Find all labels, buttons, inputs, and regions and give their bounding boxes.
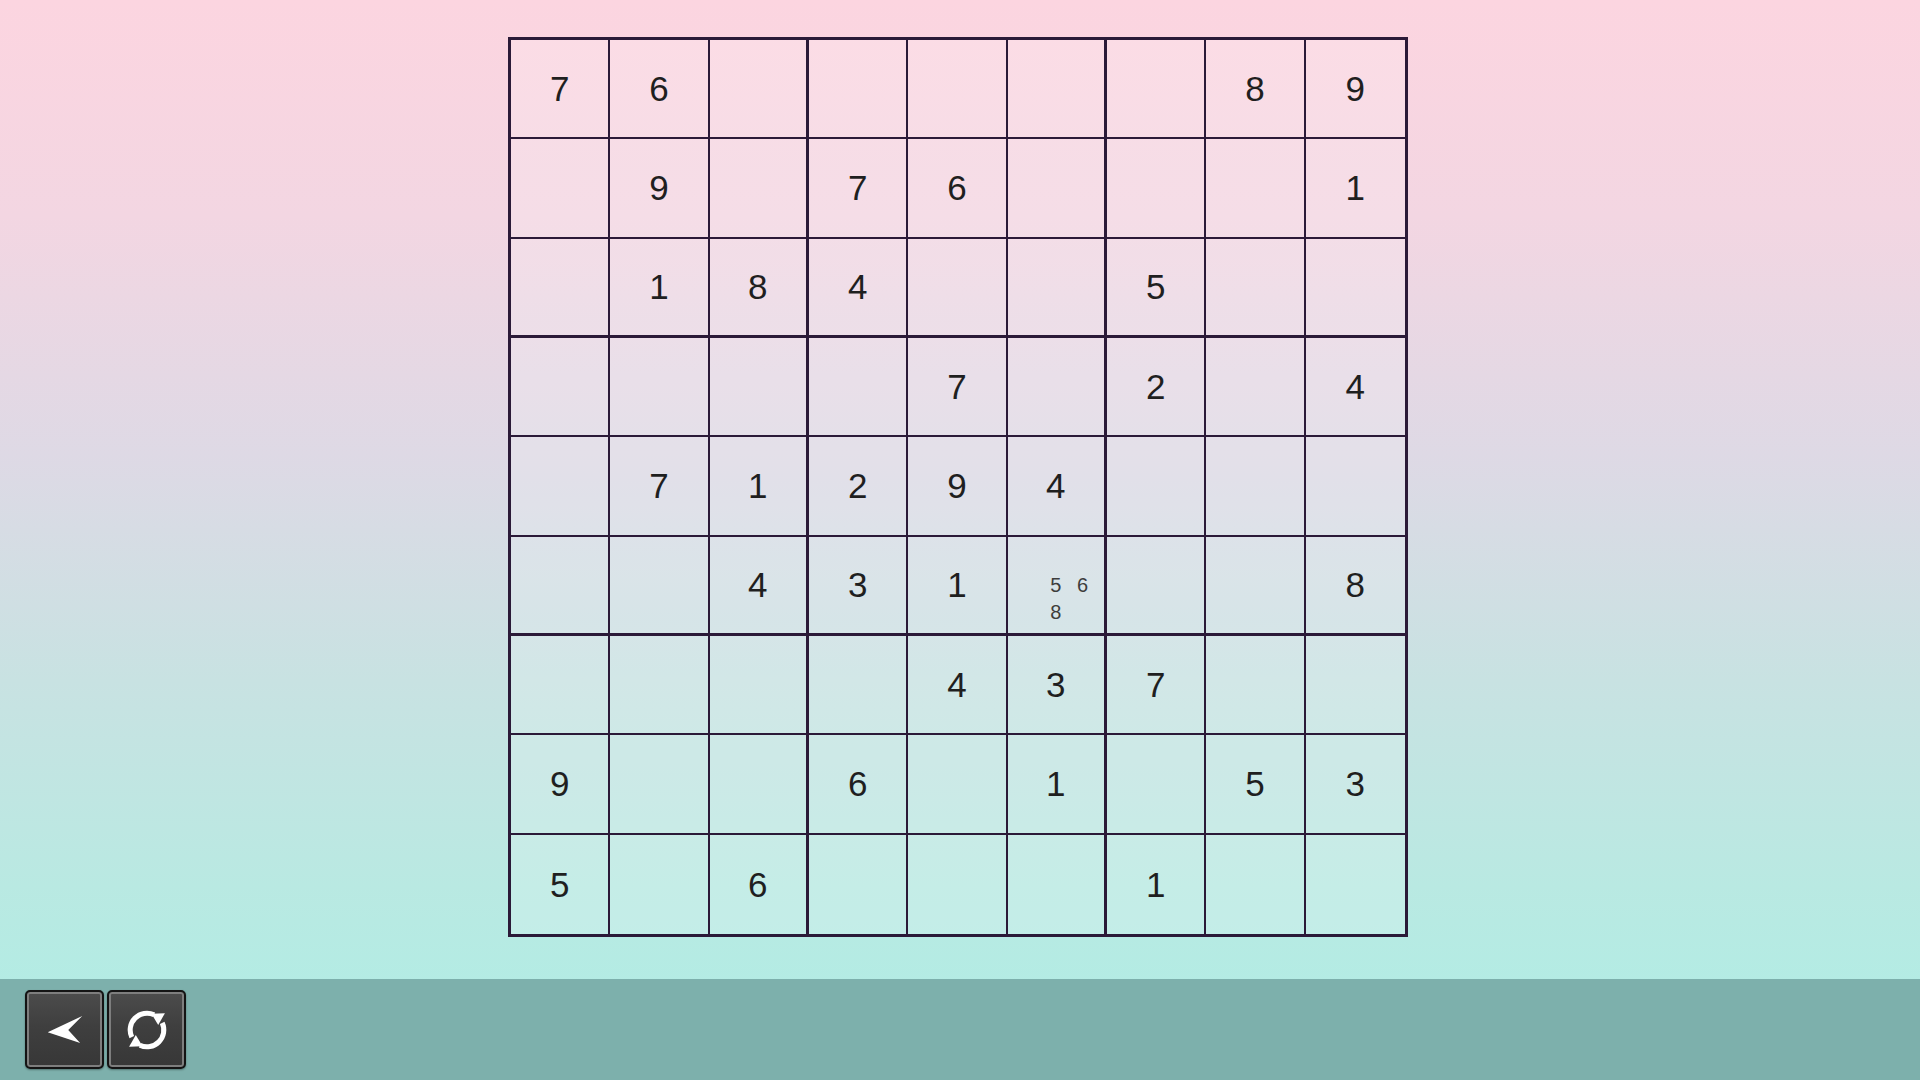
cell-r1c7[interactable] [1107, 40, 1206, 139]
cell-value: 3 [1346, 766, 1365, 801]
cell-r4c9[interactable]: 4 [1306, 338, 1405, 437]
cell-r7c1[interactable] [511, 636, 610, 735]
cell-r9c6[interactable] [1008, 835, 1107, 934]
cell-value: 7 [947, 369, 966, 404]
bottom-toolbar [0, 979, 1920, 1080]
cell-r6c7[interactable] [1107, 537, 1206, 636]
cell-r2c5[interactable]: 6 [908, 139, 1007, 238]
cell-value: 5 [1245, 766, 1264, 801]
cell-r5c3[interactable]: 1 [710, 437, 809, 536]
cell-value: 7 [649, 468, 668, 503]
cell-r7c7[interactable]: 7 [1107, 636, 1206, 735]
cell-value: 8 [1245, 71, 1264, 106]
cell-r1c9[interactable]: 9 [1306, 40, 1405, 139]
restart-button[interactable] [107, 990, 186, 1069]
cell-value: 4 [848, 269, 867, 304]
cell-r5c4[interactable]: 2 [809, 437, 908, 536]
cell-r2c4[interactable]: 7 [809, 139, 908, 238]
cell-r4c5[interactable]: 7 [908, 338, 1007, 437]
cell-r4c7[interactable]: 2 [1107, 338, 1206, 437]
cell-value: 7 [1146, 667, 1165, 702]
cell-r6c8[interactable] [1206, 537, 1305, 636]
cell-r8c1[interactable]: 9 [511, 735, 610, 834]
cell-r3c3[interactable]: 8 [710, 239, 809, 338]
cell-r8c4[interactable]: 6 [809, 735, 908, 834]
cell-r9c1[interactable]: 5 [511, 835, 610, 934]
cell-r6c5[interactable]: 1 [908, 537, 1007, 636]
cell-r5c5[interactable]: 9 [908, 437, 1007, 536]
cell-r9c7[interactable]: 1 [1107, 835, 1206, 934]
cell-value: 6 [947, 170, 966, 205]
cell-r3c5[interactable] [908, 239, 1007, 338]
cell-r8c8[interactable]: 5 [1206, 735, 1305, 834]
back-button[interactable] [25, 990, 104, 1069]
cell-r1c5[interactable] [908, 40, 1007, 139]
cell-r8c3[interactable] [710, 735, 809, 834]
sudoku-board: 76899761184572471294431568843796153561 [508, 37, 1408, 937]
cell-r1c4[interactable] [809, 40, 908, 139]
cell-r4c1[interactable] [511, 338, 610, 437]
pencil-marks: 568 [1016, 545, 1096, 625]
cell-r1c2[interactable]: 6 [610, 40, 709, 139]
cell-r2c9[interactable]: 1 [1306, 139, 1405, 238]
cell-r2c6[interactable] [1008, 139, 1107, 238]
cell-r8c6[interactable]: 1 [1008, 735, 1107, 834]
cell-r7c6[interactable]: 3 [1008, 636, 1107, 735]
cell-r5c9[interactable] [1306, 437, 1405, 536]
cell-r5c8[interactable] [1206, 437, 1305, 536]
cell-r1c3[interactable] [710, 40, 809, 139]
cell-value: 6 [748, 867, 767, 902]
cell-r7c2[interactable] [610, 636, 709, 735]
cell-value: 7 [550, 71, 569, 106]
cell-value: 6 [848, 766, 867, 801]
cell-value: 5 [1146, 269, 1165, 304]
pencil-mark: 8 [1042, 598, 1069, 625]
cell-value: 3 [848, 567, 867, 602]
cell-r9c8[interactable] [1206, 835, 1305, 934]
cell-r5c1[interactable] [511, 437, 610, 536]
cell-r3c4[interactable]: 4 [809, 239, 908, 338]
cell-r4c3[interactable] [710, 338, 809, 437]
cell-r3c6[interactable] [1008, 239, 1107, 338]
cell-r1c1[interactable]: 7 [511, 40, 610, 139]
cell-r8c7[interactable] [1107, 735, 1206, 834]
cell-r9c9[interactable] [1306, 835, 1405, 934]
cell-value: 8 [1346, 567, 1365, 602]
cell-r1c6[interactable] [1008, 40, 1107, 139]
cell-value: 4 [1346, 369, 1365, 404]
cell-value: 6 [649, 71, 668, 106]
cell-r7c9[interactable] [1306, 636, 1405, 735]
cell-r3c9[interactable] [1306, 239, 1405, 338]
cell-r9c3[interactable]: 6 [710, 835, 809, 934]
cell-value: 2 [848, 468, 867, 503]
cell-r7c5[interactable]: 4 [908, 636, 1007, 735]
cell-r3c8[interactable] [1206, 239, 1305, 338]
pencil-mark: 5 [1042, 571, 1069, 598]
cell-value: 1 [1346, 170, 1365, 205]
cell-r2c8[interactable] [1206, 139, 1305, 238]
cell-value: 1 [947, 567, 966, 602]
back-arrow-icon [38, 1003, 92, 1057]
cell-value: 9 [1346, 71, 1365, 106]
cell-r2c1[interactable] [511, 139, 610, 238]
cell-value: 4 [947, 667, 966, 702]
cell-value: 3 [1046, 667, 1065, 702]
cell-value: 4 [1046, 468, 1065, 503]
cell-r7c4[interactable] [809, 636, 908, 735]
cell-r2c2[interactable]: 9 [610, 139, 709, 238]
cell-r8c2[interactable] [610, 735, 709, 834]
refresh-icon [119, 1002, 175, 1058]
cell-value: 9 [947, 468, 966, 503]
cell-value: 1 [748, 468, 767, 503]
cell-r2c7[interactable] [1107, 139, 1206, 238]
cell-r3c2[interactable]: 1 [610, 239, 709, 338]
cell-r4c2[interactable] [610, 338, 709, 437]
cell-r4c6[interactable] [1008, 338, 1107, 437]
cell-r1c8[interactable]: 8 [1206, 40, 1305, 139]
cell-r9c2[interactable] [610, 835, 709, 934]
cell-r7c8[interactable] [1206, 636, 1305, 735]
cell-r6c3[interactable]: 4 [710, 537, 809, 636]
cell-r6c2[interactable] [610, 537, 709, 636]
cell-value: 9 [550, 766, 569, 801]
cell-r5c2[interactable]: 7 [610, 437, 709, 536]
cell-value: 2 [1146, 369, 1165, 404]
cell-r7c3[interactable] [710, 636, 809, 735]
cell-r8c9[interactable]: 3 [1306, 735, 1405, 834]
cell-value: 4 [748, 567, 767, 602]
cell-r8c5[interactable] [908, 735, 1007, 834]
cell-r6c6[interactable]: 568 [1008, 537, 1107, 636]
cell-r3c1[interactable] [511, 239, 610, 338]
cell-r5c7[interactable] [1107, 437, 1206, 536]
cell-r6c9[interactable]: 8 [1306, 537, 1405, 636]
cell-r6c4[interactable]: 3 [809, 537, 908, 636]
cell-r9c4[interactable] [809, 835, 908, 934]
cell-value: 9 [649, 170, 668, 205]
cell-value: 8 [748, 269, 767, 304]
cell-r9c5[interactable] [908, 835, 1007, 934]
cell-r5c6[interactable]: 4 [1008, 437, 1107, 536]
cell-r4c8[interactable] [1206, 338, 1305, 437]
cell-value: 5 [550, 867, 569, 902]
cell-r4c4[interactable] [809, 338, 908, 437]
cell-value: 1 [1046, 766, 1065, 801]
cell-r6c1[interactable] [511, 537, 610, 636]
cell-value: 7 [848, 170, 867, 205]
pencil-mark: 6 [1069, 571, 1096, 598]
cell-r2c3[interactable] [710, 139, 809, 238]
cell-r3c7[interactable]: 5 [1107, 239, 1206, 338]
cell-value: 1 [649, 269, 668, 304]
cell-value: 1 [1146, 867, 1165, 902]
